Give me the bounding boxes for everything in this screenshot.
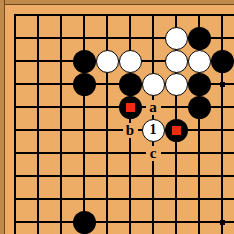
black-stone-red-square-marked [119, 96, 142, 119]
board-point [188, 73, 211, 96]
board-point: a [142, 96, 165, 119]
black-stone [73, 73, 96, 96]
board-point [165, 27, 188, 50]
point-label-c: c [146, 146, 161, 161]
white-stone [165, 27, 188, 50]
board-point [73, 73, 96, 96]
white-stone [165, 73, 188, 96]
black-stone [211, 50, 234, 73]
go-diagram: ab1c [0, 0, 234, 234]
board-point: c [142, 142, 165, 165]
red-square-mark [172, 126, 181, 135]
black-stone-red-square-marked [165, 119, 188, 142]
move-number-label: 1 [150, 123, 157, 137]
star-point-marker [220, 220, 225, 225]
board-point [119, 96, 142, 119]
black-stone [73, 50, 96, 73]
black-stone [73, 211, 96, 234]
board-point: b [119, 119, 142, 142]
board-point [96, 50, 119, 73]
white-stone [119, 50, 142, 73]
go-board: ab1c [4, 4, 234, 234]
board-point [211, 211, 234, 234]
board-point [188, 96, 211, 119]
board-point [142, 73, 165, 96]
black-stone [188, 96, 211, 119]
board-point [73, 211, 96, 234]
board-point [165, 50, 188, 73]
point-label-a: a [146, 100, 161, 115]
black-stone [188, 73, 211, 96]
board-point [165, 119, 188, 142]
white-stone [142, 73, 165, 96]
board-point [73, 50, 96, 73]
star-point-marker [220, 82, 225, 87]
board-point [188, 27, 211, 50]
board-point [165, 73, 188, 96]
white-stone [96, 50, 119, 73]
board-point [188, 50, 211, 73]
black-stone [188, 27, 211, 50]
white-stone [188, 50, 211, 73]
black-stone [119, 73, 142, 96]
board-point [211, 73, 234, 96]
board-point [211, 50, 234, 73]
white-stone [165, 50, 188, 73]
white-move-1-stone: 1 [142, 119, 165, 142]
red-square-mark [126, 103, 135, 112]
board-point: 1 [142, 119, 165, 142]
board-point [119, 50, 142, 73]
board-point [119, 73, 142, 96]
point-label-b: b [123, 123, 138, 138]
